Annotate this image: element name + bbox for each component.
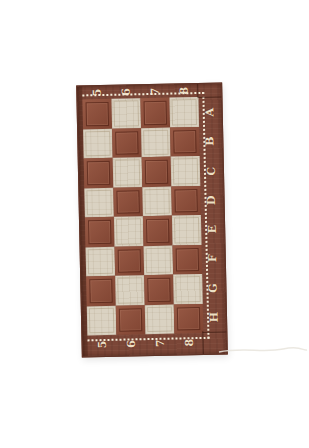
square-d8 bbox=[171, 185, 201, 215]
square-e5 bbox=[85, 217, 115, 247]
rank-label-top-cell: 6 bbox=[111, 85, 140, 99]
square-h8 bbox=[174, 303, 204, 333]
square-c6 bbox=[113, 157, 143, 187]
square-d6 bbox=[113, 187, 143, 217]
rank-label-bottom-cell: 7 bbox=[145, 332, 174, 356]
rank-label-bottom-cell: 6 bbox=[116, 332, 145, 356]
file-label: D bbox=[206, 195, 217, 205]
square-h5 bbox=[87, 305, 117, 335]
square-b8 bbox=[170, 126, 200, 156]
file-label: A bbox=[204, 108, 215, 117]
file-label: B bbox=[205, 137, 216, 147]
chessboard: 5678 ABCDEFGH 5678 bbox=[76, 83, 228, 358]
square-g7 bbox=[144, 275, 174, 305]
square-f8 bbox=[173, 244, 203, 274]
file-label-cell: G bbox=[201, 273, 226, 303]
square-a6 bbox=[111, 98, 141, 128]
rank-label-top-cell: 5 bbox=[82, 86, 111, 100]
square-b7 bbox=[141, 127, 171, 157]
file-label-cell: H bbox=[202, 302, 227, 332]
file-label-cell: F bbox=[201, 244, 226, 274]
square-d7 bbox=[142, 186, 172, 216]
play-area bbox=[82, 97, 203, 335]
square-f7 bbox=[144, 245, 174, 275]
square-g5 bbox=[86, 276, 116, 306]
file-label-cell: D bbox=[199, 185, 224, 215]
file-label-cell: E bbox=[200, 214, 225, 244]
file-label-cell: C bbox=[199, 156, 224, 186]
square-e6 bbox=[114, 216, 144, 246]
square-h6 bbox=[116, 305, 146, 335]
file-label: E bbox=[207, 225, 218, 234]
square-f5 bbox=[86, 246, 116, 276]
square-c7 bbox=[142, 157, 172, 187]
square-g8 bbox=[173, 274, 203, 304]
square-d5 bbox=[84, 187, 114, 217]
bottom-border-rank-labels: 5678 bbox=[87, 331, 203, 356]
square-g6 bbox=[115, 275, 145, 305]
file-label: C bbox=[205, 166, 216, 175]
rank-label-top-cell: 7 bbox=[140, 85, 169, 99]
rank-label-top: 6 bbox=[120, 88, 131, 96]
file-label: F bbox=[207, 255, 218, 263]
square-a8 bbox=[169, 97, 199, 127]
product-photo: 5678 ABCDEFGH 5678 bbox=[11, 0, 309, 448]
square-c8 bbox=[171, 156, 201, 186]
rank-label-bottom: 7 bbox=[155, 339, 166, 347]
square-e8 bbox=[172, 215, 202, 245]
square-e7 bbox=[143, 216, 173, 246]
square-f6 bbox=[115, 246, 145, 276]
square-a5 bbox=[82, 99, 112, 129]
square-c5 bbox=[84, 158, 114, 188]
rank-label-top: 5 bbox=[91, 89, 102, 97]
rank-label-top: 8 bbox=[178, 87, 189, 95]
rank-label-top: 7 bbox=[149, 87, 160, 95]
rank-label-bottom: 6 bbox=[126, 340, 137, 348]
file-label-cell: A bbox=[197, 98, 222, 128]
square-b6 bbox=[112, 128, 142, 158]
square-a7 bbox=[140, 98, 170, 128]
rank-label-top-cell: 8 bbox=[169, 84, 198, 98]
right-border-file-labels: ABCDEFGH bbox=[197, 97, 226, 333]
file-label: G bbox=[208, 283, 219, 293]
file-label-cell: B bbox=[198, 127, 223, 157]
photo-shadow-line bbox=[217, 340, 309, 364]
corner-top-right bbox=[197, 84, 221, 97]
rank-label-bottom: 5 bbox=[97, 341, 108, 349]
rank-label-bottom-cell: 5 bbox=[87, 333, 116, 357]
rank-label-bottom-cell: 8 bbox=[174, 331, 203, 355]
play-grid bbox=[82, 97, 203, 335]
square-h7 bbox=[145, 304, 175, 334]
square-b5 bbox=[83, 128, 113, 158]
file-label: H bbox=[208, 312, 219, 323]
rank-label-bottom: 8 bbox=[183, 339, 194, 347]
